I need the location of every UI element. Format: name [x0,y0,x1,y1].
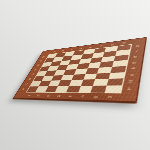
file-labels-bottom: abcdefgh [23,92,119,101]
photo-background: abcdefgh abcdefgh 12345678 12345678 [0,0,150,150]
coordinate-label: h [102,93,119,101]
chessboard: abcdefgh abcdefgh 12345678 12345678 [13,37,147,102]
playing-area [26,44,132,93]
board-frame: abcdefgh abcdefgh 12345678 12345678 [13,37,147,102]
square-h1 [105,85,122,92]
coordinate-label: 1 [120,85,138,92]
